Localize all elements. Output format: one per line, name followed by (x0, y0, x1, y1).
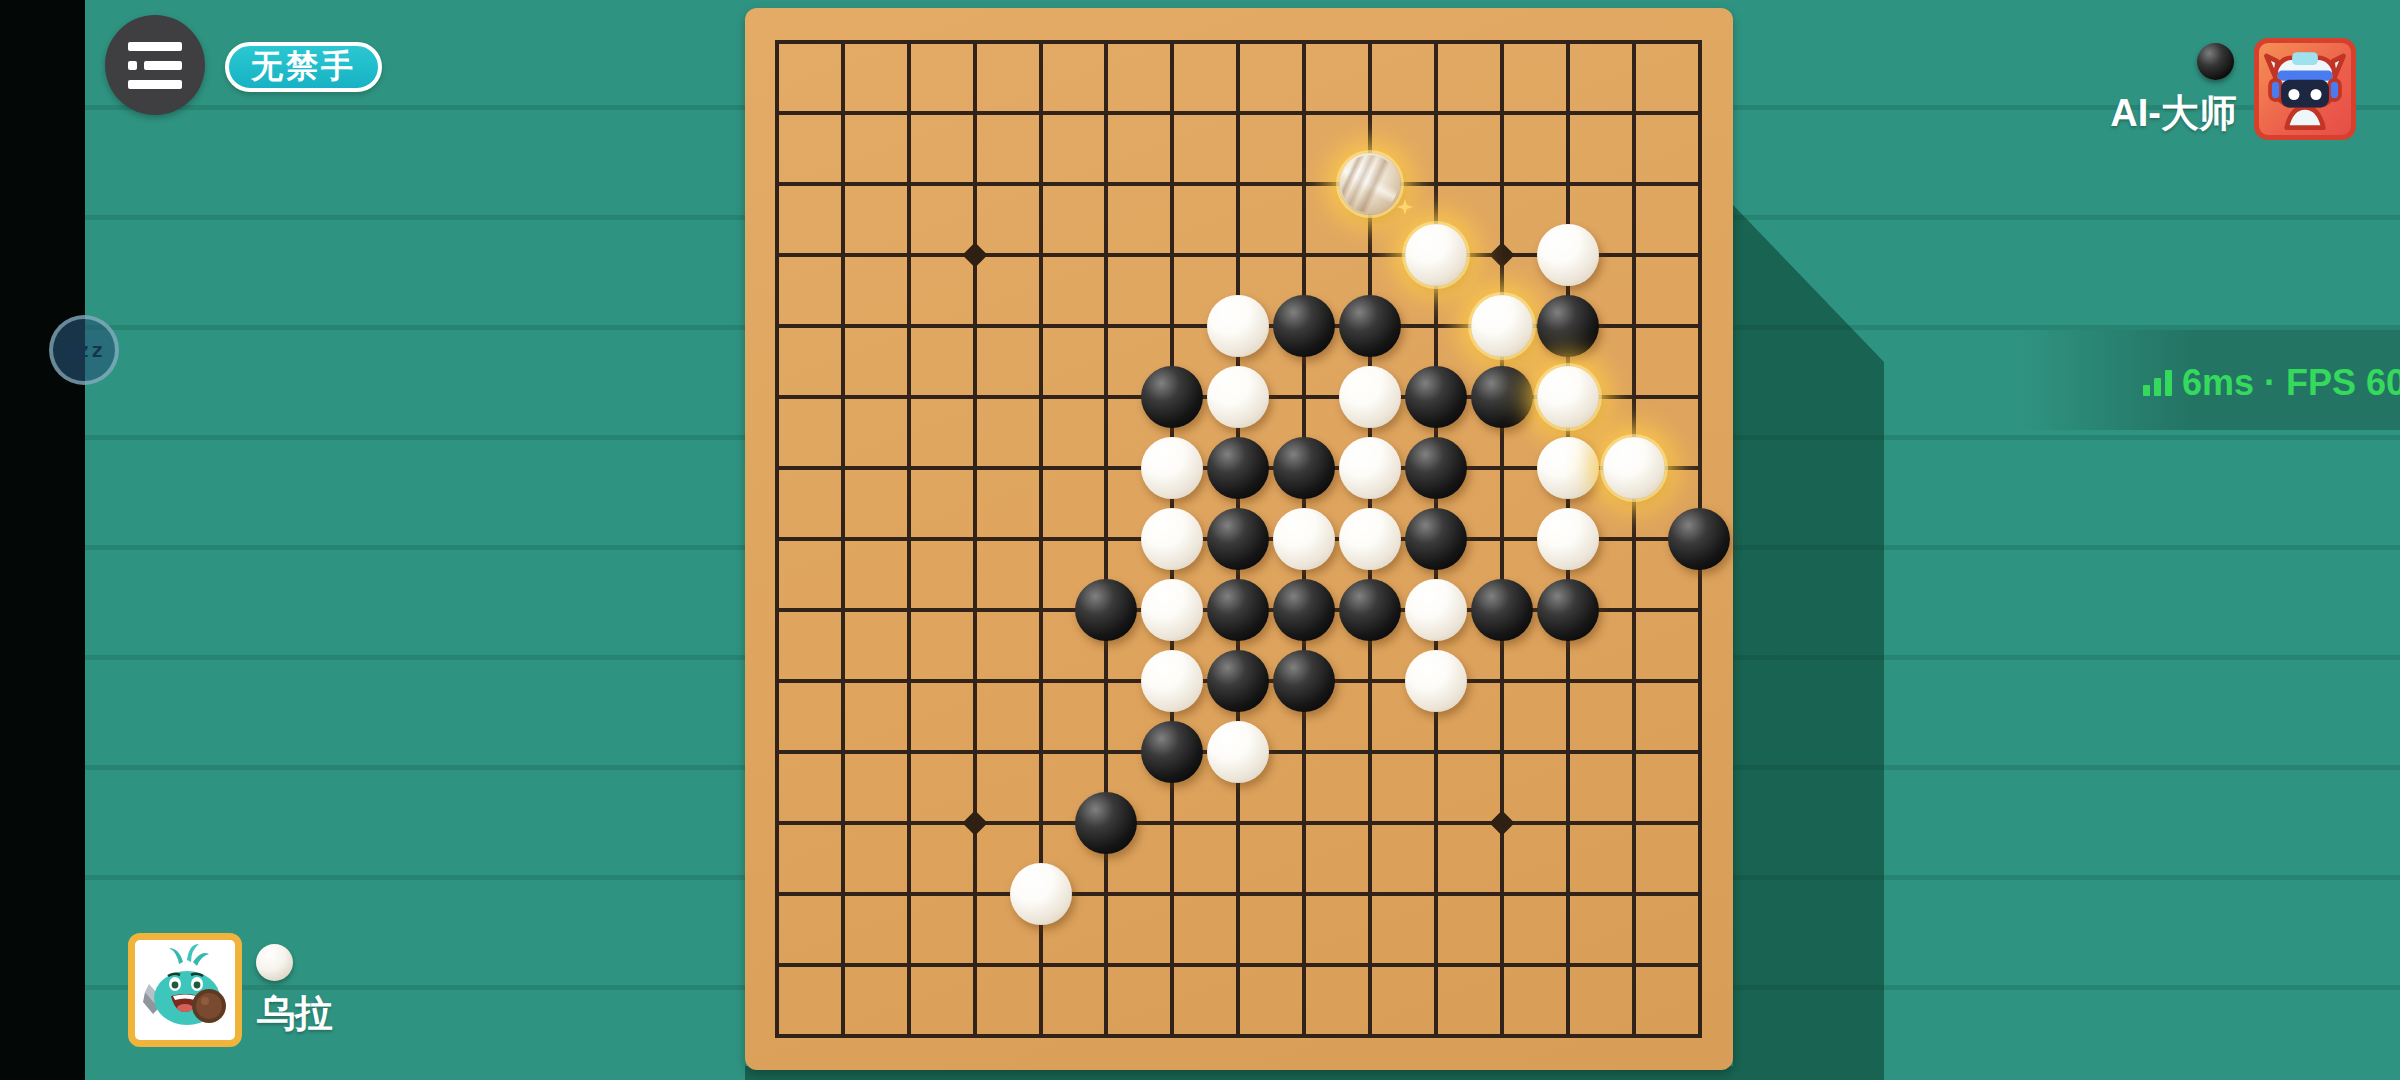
slime-hero-icon (135, 940, 235, 1040)
player-avatar (128, 933, 242, 1047)
intersection-13-1[interactable] (1601, 78, 1667, 149)
intersection-10-5[interactable] (1403, 362, 1469, 433)
intersection-9-8[interactable] (1337, 575, 1403, 646)
intersection-11-4[interactable] (1469, 291, 1535, 362)
black-stone (1207, 650, 1269, 712)
intersection-1-11[interactable] (810, 788, 876, 859)
player-name: 乌拉 (257, 988, 333, 1039)
intersection-13-2[interactable] (1601, 149, 1667, 220)
intersection-1-14[interactable] (810, 1001, 876, 1072)
intersection-10-7[interactable] (1403, 504, 1469, 575)
intersection-4-6[interactable] (1008, 433, 1074, 504)
intersection-0-6[interactable] (744, 433, 810, 504)
intersection-12-1[interactable] (1535, 78, 1601, 149)
board-intersections[interactable] (744, 7, 1732, 1072)
intersection-0-3[interactable] (744, 220, 810, 291)
intersection-7-6[interactable] (1205, 433, 1271, 504)
black-stone (1207, 508, 1269, 570)
intersection-4-7[interactable] (1008, 504, 1074, 575)
intersection-2-3[interactable] (876, 220, 942, 291)
intersection-10-4[interactable] (1403, 291, 1469, 362)
intersection-5-3[interactable] (1073, 220, 1139, 291)
screen-left-letterbox (0, 0, 85, 1080)
intersection-14-13[interactable] (1666, 930, 1732, 1001)
black-stone (1537, 295, 1599, 357)
intersection-2-0[interactable] (876, 7, 942, 78)
intersection-13-8[interactable] (1601, 575, 1667, 646)
black-stone (1339, 295, 1401, 357)
intersection-1-0[interactable] (810, 7, 876, 78)
intersection-10-0[interactable] (1403, 7, 1469, 78)
intersection-10-11[interactable] (1403, 788, 1469, 859)
black-stone (1273, 650, 1335, 712)
intersection-10-9[interactable] (1403, 646, 1469, 717)
intersection-11-12[interactable] (1469, 859, 1535, 930)
intersection-1-1[interactable] (810, 78, 876, 149)
intersection-5-0[interactable] (1073, 7, 1139, 78)
intersection-0-4[interactable] (744, 291, 810, 362)
intersection-5-11[interactable] (1073, 788, 1139, 859)
intersection-6-10[interactable] (1139, 717, 1205, 788)
intersection-12-7[interactable] (1535, 504, 1601, 575)
intersection-8-13[interactable] (1271, 930, 1337, 1001)
intersection-13-9[interactable] (1601, 646, 1667, 717)
intersection-7-0[interactable] (1205, 7, 1271, 78)
intersection-8-4[interactable] (1271, 291, 1337, 362)
white-stone (1207, 366, 1269, 428)
intersection-6-7[interactable] (1139, 504, 1205, 575)
signal-bars-icon (2143, 370, 2172, 396)
intersection-11-7[interactable] (1469, 504, 1535, 575)
intersection-4-4[interactable] (1008, 291, 1074, 362)
intersection-3-1[interactable] (942, 78, 1008, 149)
intersection-8-10[interactable] (1271, 717, 1337, 788)
intersection-5-10[interactable] (1073, 717, 1139, 788)
white-stone (1141, 437, 1203, 499)
intersection-6-3[interactable] (1139, 220, 1205, 291)
robot-icon (2259, 43, 2351, 135)
intersection-13-10[interactable] (1601, 717, 1667, 788)
intersection-7-5[interactable] (1205, 362, 1271, 433)
white-stone (1537, 508, 1599, 570)
intersection-5-14[interactable] (1073, 1001, 1139, 1072)
intersection-14-8[interactable] (1666, 575, 1732, 646)
intersection-1-9[interactable] (810, 646, 876, 717)
black-stone (1471, 366, 1533, 428)
black-stone (1405, 508, 1467, 570)
intersection-11-9[interactable] (1469, 646, 1535, 717)
intersection-0-13[interactable] (744, 930, 810, 1001)
intersection-3-2[interactable] (942, 149, 1008, 220)
intersection-0-2[interactable] (744, 149, 810, 220)
intersection-5-13[interactable] (1073, 930, 1139, 1001)
intersection-13-14[interactable] (1601, 1001, 1667, 1072)
intersection-3-12[interactable] (942, 859, 1008, 930)
intersection-12-9[interactable] (1535, 646, 1601, 717)
intersection-1-5[interactable] (810, 362, 876, 433)
intersection-6-1[interactable] (1139, 78, 1205, 149)
black-stone (1471, 579, 1533, 641)
intersection-2-11[interactable] (876, 788, 942, 859)
sleep-indicator-label: zzz (63, 338, 105, 362)
white-stone (1537, 366, 1599, 428)
intersection-5-12[interactable] (1073, 859, 1139, 930)
intersection-12-8[interactable] (1535, 575, 1601, 646)
intersection-14-7[interactable] (1666, 504, 1732, 575)
perf-readout: 6ms · FPS 60 (2143, 362, 2400, 404)
intersection-9-14[interactable] (1337, 1001, 1403, 1072)
intersection-12-12[interactable] (1535, 859, 1601, 930)
intersection-13-11[interactable] (1601, 788, 1667, 859)
intersection-2-8[interactable] (876, 575, 942, 646)
intersection-14-3[interactable] (1666, 220, 1732, 291)
intersection-2-1[interactable] (876, 78, 942, 149)
white-stone (1339, 437, 1401, 499)
intersection-5-9[interactable] (1073, 646, 1139, 717)
intersection-3-5[interactable] (942, 362, 1008, 433)
intersection-7-8[interactable] (1205, 575, 1271, 646)
intersection-3-13[interactable] (942, 930, 1008, 1001)
black-stone (1141, 721, 1203, 783)
intersection-1-13[interactable] (810, 930, 876, 1001)
intersection-10-6[interactable] (1403, 433, 1469, 504)
intersection-12-11[interactable] (1535, 788, 1601, 859)
intersection-3-4[interactable] (942, 291, 1008, 362)
intersection-11-2[interactable] (1469, 149, 1535, 220)
intersection-14-12[interactable] (1666, 859, 1732, 930)
intersection-7-14[interactable] (1205, 1001, 1271, 1072)
intersection-1-4[interactable] (810, 291, 876, 362)
intersection-13-7[interactable] (1601, 504, 1667, 575)
intersection-3-10[interactable] (942, 717, 1008, 788)
intersection-4-5[interactable] (1008, 362, 1074, 433)
black-stone (1141, 366, 1203, 428)
intersection-10-10[interactable] (1403, 717, 1469, 788)
intersection-12-4[interactable] (1535, 291, 1601, 362)
intersection-6-8[interactable] (1139, 575, 1205, 646)
rule-badge: 无禁手 (225, 42, 382, 92)
intersection-4-10[interactable] (1008, 717, 1074, 788)
intersection-2-9[interactable] (876, 646, 942, 717)
intersection-9-2[interactable] (1337, 149, 1403, 220)
intersection-7-3[interactable] (1205, 220, 1271, 291)
white-stone (1207, 721, 1269, 783)
white-stone (1339, 366, 1401, 428)
intersection-8-7[interactable] (1271, 504, 1337, 575)
intersection-5-7[interactable] (1073, 504, 1139, 575)
intersection-10-8[interactable] (1403, 575, 1469, 646)
game-screen: 无禁手 zzz AI-大师 6ms · FPS 60 (0, 0, 2400, 1080)
intersection-8-8[interactable] (1271, 575, 1337, 646)
intersection-13-0[interactable] (1601, 7, 1667, 78)
intersection-2-7[interactable] (876, 504, 942, 575)
white-stone (1603, 437, 1665, 499)
intersection-11-11[interactable] (1469, 788, 1535, 859)
intersection-12-0[interactable] (1535, 7, 1601, 78)
intersection-8-0[interactable] (1271, 7, 1337, 78)
intersection-1-12[interactable] (810, 859, 876, 930)
white-stone (1537, 437, 1599, 499)
intersection-13-13[interactable] (1601, 930, 1667, 1001)
intersection-1-6[interactable] (810, 433, 876, 504)
intersection-0-9[interactable] (744, 646, 810, 717)
black-stone (1075, 579, 1137, 641)
intersection-10-1[interactable] (1403, 78, 1469, 149)
intersection-3-0[interactable] (942, 7, 1008, 78)
perf-text: 6ms · FPS 60 (2182, 362, 2400, 404)
intersection-0-10[interactable] (744, 717, 810, 788)
intersection-10-14[interactable] (1403, 1001, 1469, 1072)
intersection-9-6[interactable] (1337, 433, 1403, 504)
white-stone (1339, 153, 1401, 215)
intersection-9-0[interactable] (1337, 7, 1403, 78)
intersection-14-6[interactable] (1666, 433, 1732, 504)
intersection-9-10[interactable] (1337, 717, 1403, 788)
black-stone (1207, 437, 1269, 499)
intersection-5-8[interactable] (1073, 575, 1139, 646)
intersection-3-6[interactable] (942, 433, 1008, 504)
intersection-9-5[interactable] (1337, 362, 1403, 433)
intersection-3-8[interactable] (942, 575, 1008, 646)
intersection-7-11[interactable] (1205, 788, 1271, 859)
intersection-5-5[interactable] (1073, 362, 1139, 433)
black-stone (1273, 437, 1335, 499)
intersection-2-10[interactable] (876, 717, 942, 788)
intersection-2-2[interactable] (876, 149, 942, 220)
intersection-2-14[interactable] (876, 1001, 942, 1072)
intersection-6-14[interactable] (1139, 1001, 1205, 1072)
intersection-0-8[interactable] (744, 575, 810, 646)
intersection-3-9[interactable] (942, 646, 1008, 717)
intersection-7-10[interactable] (1205, 717, 1271, 788)
white-stone (1141, 579, 1203, 641)
intersection-0-1[interactable] (744, 78, 810, 149)
intersection-4-3[interactable] (1008, 220, 1074, 291)
intersection-3-3[interactable] (942, 220, 1008, 291)
black-stone (1273, 295, 1335, 357)
intersection-9-3[interactable] (1337, 220, 1403, 291)
intersection-8-6[interactable] (1271, 433, 1337, 504)
intersection-4-13[interactable] (1008, 930, 1074, 1001)
intersection-7-1[interactable] (1205, 78, 1271, 149)
intersection-13-5[interactable] (1601, 362, 1667, 433)
intersection-12-10[interactable] (1535, 717, 1601, 788)
intersection-0-0[interactable] (744, 7, 810, 78)
player-stone-color-white-indicator (256, 944, 293, 981)
intersection-14-5[interactable] (1666, 362, 1732, 433)
intersection-10-12[interactable] (1403, 859, 1469, 930)
intersection-0-11[interactable] (744, 788, 810, 859)
intersection-9-13[interactable] (1337, 930, 1403, 1001)
black-stone (1405, 437, 1467, 499)
intersection-9-7[interactable] (1337, 504, 1403, 575)
black-stone (1668, 508, 1730, 570)
intersection-2-4[interactable] (876, 291, 942, 362)
intersection-12-13[interactable] (1535, 930, 1601, 1001)
intersection-14-0[interactable] (1666, 7, 1732, 78)
intersection-6-6[interactable] (1139, 433, 1205, 504)
intersection-6-4[interactable] (1139, 291, 1205, 362)
intersection-10-13[interactable] (1403, 930, 1469, 1001)
intersection-14-1[interactable] (1666, 78, 1732, 149)
intersection-1-10[interactable] (810, 717, 876, 788)
intersection-14-14[interactable] (1666, 1001, 1732, 1072)
intersection-3-14[interactable] (942, 1001, 1008, 1072)
intersection-10-2[interactable] (1403, 149, 1469, 220)
intersection-6-2[interactable] (1139, 149, 1205, 220)
intersection-9-9[interactable] (1337, 646, 1403, 717)
intersection-4-12[interactable] (1008, 859, 1074, 930)
intersection-8-11[interactable] (1271, 788, 1337, 859)
black-stone (1273, 579, 1335, 641)
intersection-11-6[interactable] (1469, 433, 1535, 504)
rule-badge-label: 无禁手 (251, 45, 356, 89)
intersection-7-2[interactable] (1205, 149, 1271, 220)
intersection-5-4[interactable] (1073, 291, 1139, 362)
intersection-11-10[interactable] (1469, 717, 1535, 788)
ai-avatar (2254, 38, 2356, 140)
intersection-8-12[interactable] (1271, 859, 1337, 930)
intersection-2-12[interactable] (876, 859, 942, 930)
intersection-4-9[interactable] (1008, 646, 1074, 717)
intersection-2-6[interactable] (876, 433, 942, 504)
intersection-6-0[interactable] (1139, 7, 1205, 78)
intersection-8-1[interactable] (1271, 78, 1337, 149)
intersection-6-9[interactable] (1139, 646, 1205, 717)
intersection-0-7[interactable] (744, 504, 810, 575)
white-stone (1010, 863, 1072, 925)
ai-player-name: AI-大师 (2110, 88, 2237, 139)
white-stone (1207, 295, 1269, 357)
white-stone (1141, 650, 1203, 712)
intersection-5-6[interactable] (1073, 433, 1139, 504)
intersection-4-11[interactable] (1008, 788, 1074, 859)
intersection-11-3[interactable] (1469, 220, 1535, 291)
intersection-14-2[interactable] (1666, 149, 1732, 220)
intersection-4-2[interactable] (1008, 149, 1074, 220)
white-stone (1339, 508, 1401, 570)
intersection-13-4[interactable] (1601, 291, 1667, 362)
white-stone (1405, 650, 1467, 712)
intersection-7-13[interactable] (1205, 930, 1271, 1001)
intersection-13-3[interactable] (1601, 220, 1667, 291)
intersection-9-1[interactable] (1337, 78, 1403, 149)
intersection-0-12[interactable] (744, 859, 810, 930)
intersection-3-11[interactable] (942, 788, 1008, 859)
intersection-1-7[interactable] (810, 504, 876, 575)
intersection-11-0[interactable] (1469, 7, 1535, 78)
intersection-10-3[interactable] (1403, 220, 1469, 291)
intersection-6-5[interactable] (1139, 362, 1205, 433)
ai-stone-color-black-indicator (2197, 43, 2234, 80)
intersection-14-9[interactable] (1666, 646, 1732, 717)
black-stone (1207, 579, 1269, 641)
intersection-4-8[interactable] (1008, 575, 1074, 646)
marble-texture (1341, 155, 1398, 212)
intersection-7-7[interactable] (1205, 504, 1271, 575)
intersection-4-1[interactable] (1008, 78, 1074, 149)
intersection-8-5[interactable] (1271, 362, 1337, 433)
intersection-7-4[interactable] (1205, 291, 1271, 362)
sleep-indicator: zzz (49, 315, 119, 385)
intersection-5-2[interactable] (1073, 149, 1139, 220)
intersection-4-14[interactable] (1008, 1001, 1074, 1072)
white-stone (1405, 579, 1467, 641)
intersection-11-1[interactable] (1469, 78, 1535, 149)
intersection-1-3[interactable] (810, 220, 876, 291)
intersection-2-13[interactable] (876, 930, 942, 1001)
intersection-14-11[interactable] (1666, 788, 1732, 859)
intersection-11-14[interactable] (1469, 1001, 1535, 1072)
intersection-9-12[interactable] (1337, 859, 1403, 930)
white-stone (1141, 508, 1203, 570)
intersection-6-13[interactable] (1139, 930, 1205, 1001)
intersection-8-9[interactable] (1271, 646, 1337, 717)
black-stone (1339, 579, 1401, 641)
intersection-9-4[interactable] (1337, 291, 1403, 362)
intersection-5-1[interactable] (1073, 78, 1139, 149)
hamburger-icon (128, 42, 182, 89)
white-stone (1537, 224, 1599, 286)
intersection-12-3[interactable] (1535, 220, 1601, 291)
intersection-4-0[interactable] (1008, 7, 1074, 78)
intersection-12-14[interactable] (1535, 1001, 1601, 1072)
intersection-8-14[interactable] (1271, 1001, 1337, 1072)
intersection-11-13[interactable] (1469, 930, 1535, 1001)
intersection-8-3[interactable] (1271, 220, 1337, 291)
intersection-1-2[interactable] (810, 149, 876, 220)
intersection-8-2[interactable] (1271, 149, 1337, 220)
intersection-6-12[interactable] (1139, 859, 1205, 930)
white-stone (1405, 224, 1467, 286)
white-stone (1273, 508, 1335, 570)
intersection-0-5[interactable] (744, 362, 810, 433)
intersection-12-6[interactable] (1535, 433, 1601, 504)
white-stone (1471, 295, 1533, 357)
intersection-6-11[interactable] (1139, 788, 1205, 859)
intersection-11-5[interactable] (1469, 362, 1535, 433)
menu-button[interactable] (105, 15, 205, 115)
intersection-14-4[interactable] (1666, 291, 1732, 362)
intersection-1-8[interactable] (810, 575, 876, 646)
gomoku-board[interactable] (745, 8, 1733, 1070)
intersection-14-10[interactable] (1666, 717, 1732, 788)
intersection-13-6[interactable] (1601, 433, 1667, 504)
black-stone (1405, 366, 1467, 428)
intersection-13-12[interactable] (1601, 859, 1667, 930)
intersection-12-5[interactable] (1535, 362, 1601, 433)
intersection-2-5[interactable] (876, 362, 942, 433)
intersection-12-2[interactable] (1535, 149, 1601, 220)
black-stone (1075, 792, 1137, 854)
intersection-11-8[interactable] (1469, 575, 1535, 646)
intersection-7-12[interactable] (1205, 859, 1271, 930)
black-stone (1537, 579, 1599, 641)
intersection-9-11[interactable] (1337, 788, 1403, 859)
intersection-7-9[interactable] (1205, 646, 1271, 717)
intersection-3-7[interactable] (942, 504, 1008, 575)
intersection-0-14[interactable] (744, 1001, 810, 1072)
